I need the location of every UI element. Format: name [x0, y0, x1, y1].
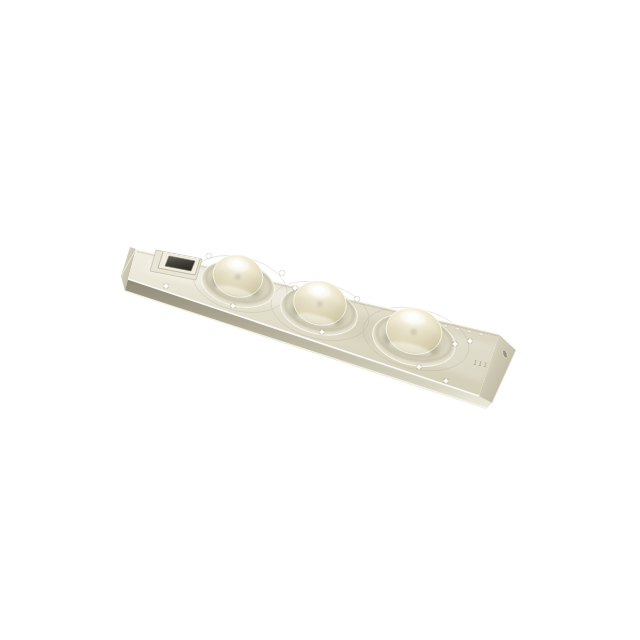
product-photo: III: [0, 0, 640, 640]
sparkle-icon: [206, 253, 213, 260]
led-module-image: III: [0, 0, 640, 640]
